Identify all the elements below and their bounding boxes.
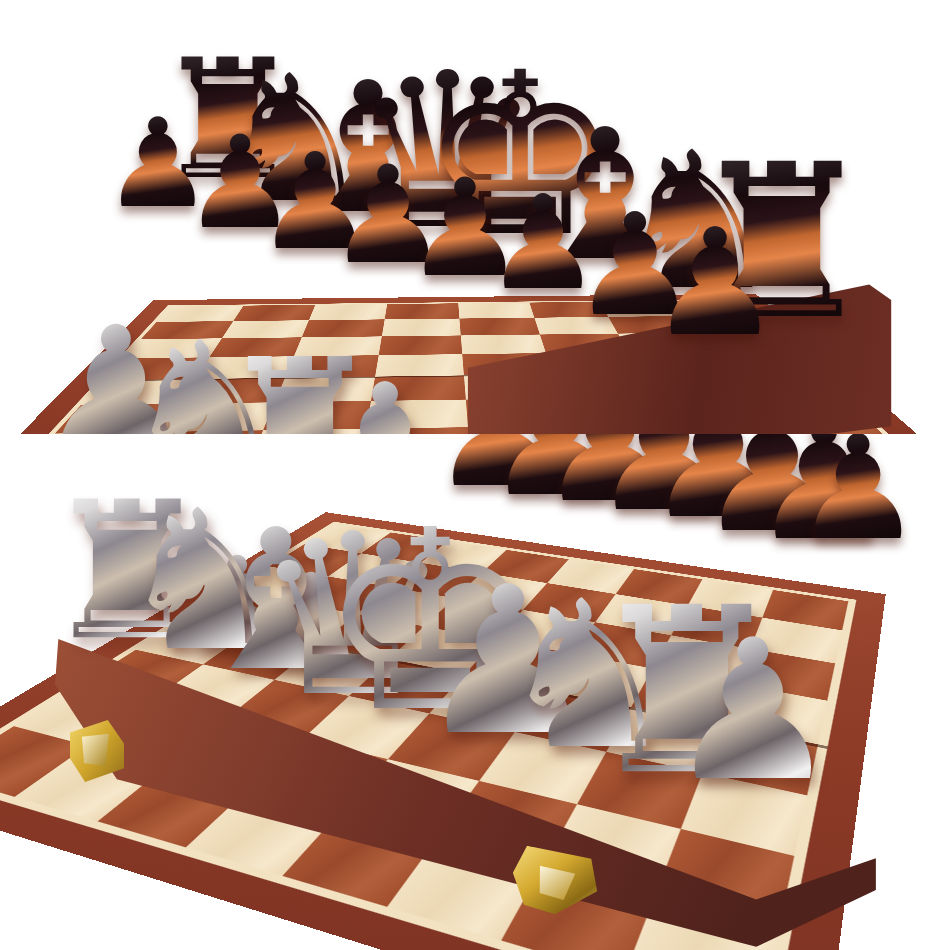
board-square <box>160 402 275 432</box>
black-knight: ♞ <box>613 127 783 317</box>
black-pawn: ♟ <box>591 434 737 534</box>
board-square <box>361 427 471 434</box>
black-pawn: ♟ <box>430 434 570 509</box>
board-square <box>546 352 641 374</box>
black-pawn: ♟ <box>485 178 602 308</box>
board-square <box>462 353 552 375</box>
board-square <box>711 350 815 372</box>
black-pawn: ♟ <box>751 434 897 563</box>
board-square <box>770 421 902 434</box>
board-square <box>553 373 655 398</box>
board-square <box>534 317 618 335</box>
black-pawn: ♟ <box>183 119 298 247</box>
board-square <box>55 404 178 434</box>
board-squares-bottom <box>0 522 856 950</box>
board-squares-top <box>0 299 950 434</box>
product-image: ♜♞♝♛♚♝♞♜ ♟♟♟♟♟♟♟♟ ♟♞♜♟ ♟♟♟♟♟♟♟♟ ♟♟ ♜♞♝♛♚… <box>0 0 950 950</box>
board-square <box>560 397 669 426</box>
board-square <box>157 306 244 322</box>
board-square <box>371 375 466 400</box>
board-square <box>670 300 756 316</box>
board-square <box>141 321 233 339</box>
black-pawn: ♟ <box>327 148 448 283</box>
board-square <box>696 332 793 351</box>
board-square <box>384 303 459 319</box>
black-pawn: ♟ <box>645 434 791 541</box>
board-square <box>459 318 539 336</box>
board-square <box>222 320 309 338</box>
board-square <box>466 398 569 427</box>
board-square <box>378 335 462 355</box>
black-bishop: ♝ <box>287 58 449 239</box>
board-square <box>747 394 868 422</box>
photo-bottom: ♟♟♟♟♟♟♟♟ ♟♟ ♜♞♝♛♚♟♞♜♟ <box>0 434 950 950</box>
board-square <box>375 354 464 376</box>
black-rook: ♜ <box>154 38 302 203</box>
board-square <box>529 302 608 318</box>
board-square <box>178 378 285 404</box>
board-square <box>682 315 773 332</box>
black-king: ♚ <box>419 43 621 268</box>
board-square <box>209 337 302 357</box>
board-square <box>468 425 580 434</box>
black-pawn: ♟ <box>697 434 848 556</box>
board-square <box>464 374 560 399</box>
gold-hinge-slot <box>82 734 109 766</box>
black-pawn: ♟ <box>484 434 627 519</box>
photo-top: ♜♞♝♛♚♝♞♜ ♟♟♟♟♟♟♟♟ ♟♞♜♟ <box>0 0 950 434</box>
board-square <box>540 333 629 353</box>
board-square <box>600 301 682 317</box>
board-square <box>263 401 371 430</box>
chessboard-top <box>0 294 950 434</box>
board-square <box>309 304 387 320</box>
black-bishop: ♝ <box>524 105 686 286</box>
black-queen: ♛ <box>351 44 544 259</box>
board-square <box>366 399 468 428</box>
board-square <box>608 316 695 334</box>
black-pawn: ♟ <box>255 136 374 269</box>
chessboard-bottom <box>0 512 886 950</box>
board-square <box>618 333 711 353</box>
gold-clasp-loop <box>536 866 576 901</box>
board-square <box>194 356 293 379</box>
board-square <box>81 379 195 405</box>
black-pawn: ♟ <box>404 161 525 296</box>
board-square <box>123 338 221 358</box>
board-square <box>458 303 534 319</box>
board-square <box>233 305 315 321</box>
black-pawn: ♟ <box>103 102 213 225</box>
black-pawn: ♟ <box>793 434 922 560</box>
black-knight: ♞ <box>217 52 374 227</box>
board-square <box>461 334 546 354</box>
board-square <box>294 336 382 356</box>
board-square <box>103 357 208 380</box>
black-pawn: ♟ <box>538 434 681 525</box>
board-square <box>302 319 385 337</box>
board-square <box>728 371 840 396</box>
board-square <box>285 355 378 378</box>
board-square <box>382 318 461 336</box>
board-square <box>275 377 375 403</box>
